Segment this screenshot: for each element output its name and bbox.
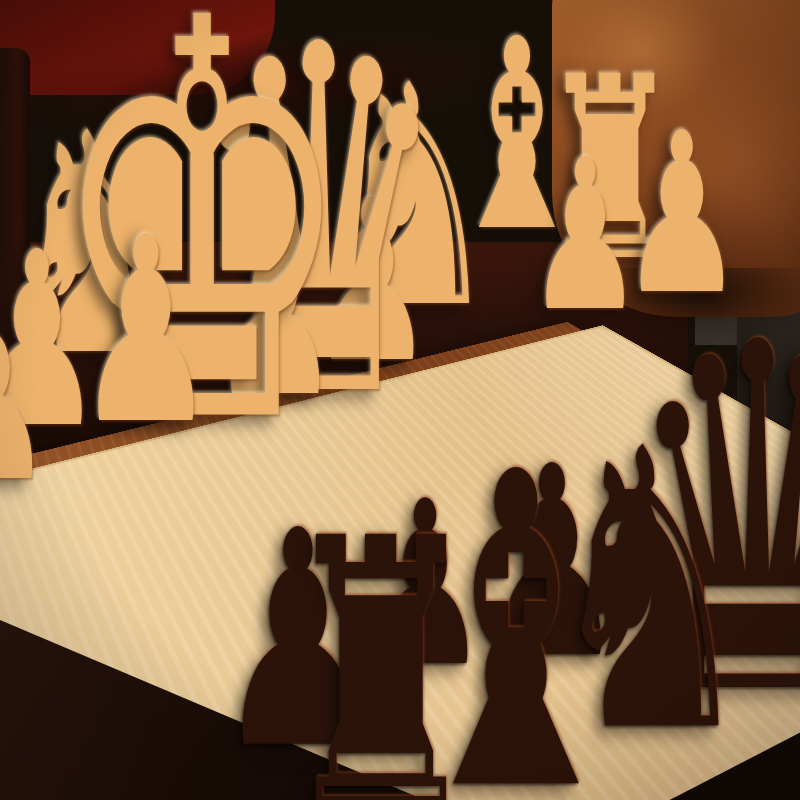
chess-photo-scene: ♝♜♟♞♟♞♟♛♟♚♟♟♟♟♟♛♞♟♝♜ [0,0,800,800]
piece-black-rook-d1: ♜ [277,491,484,800]
pieces-layer: ♝♜♟♞♟♞♟♛♟♚♟♟♟♟♟♛♞♟♝♜ [0,0,800,800]
piece-white-pawn-a7: ♟ [0,268,55,517]
